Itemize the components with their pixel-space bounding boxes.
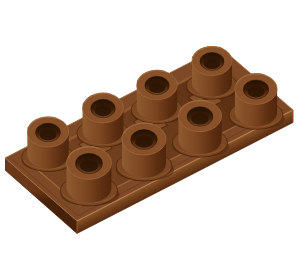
stud-r2c2	[116, 123, 172, 181]
lego-piece-render	[0, 0, 300, 265]
stud-r1c4	[187, 46, 238, 99]
stud-r1c3	[131, 70, 183, 123]
stud-r2c3	[173, 100, 228, 157]
stud-r2c4	[229, 74, 283, 130]
product-image-canvas	[0, 0, 300, 265]
stud-r2c1	[60, 147, 117, 206]
stud-r1c2	[77, 93, 129, 147]
